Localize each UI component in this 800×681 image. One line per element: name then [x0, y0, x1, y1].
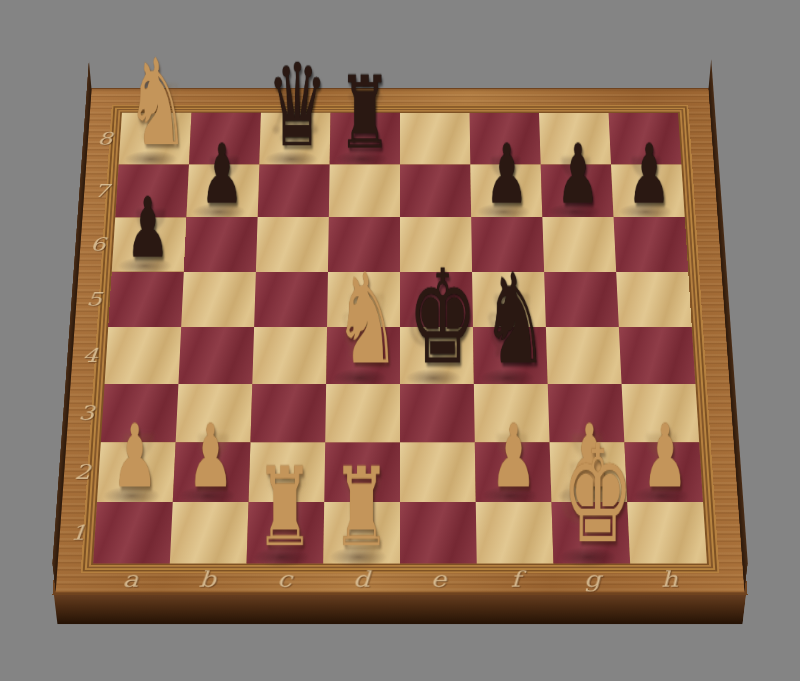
square-c3[interactable] [250, 384, 326, 442]
square-c4[interactable] [252, 327, 327, 384]
rank-label-6: 6 [80, 217, 115, 271]
piece-black-king[interactable]: ♚ [408, 252, 466, 382]
piece-black-pawn[interactable]: ♟ [120, 187, 176, 270]
square-b4[interactable] [178, 327, 254, 384]
square-g6[interactable] [542, 217, 616, 271]
square-a4[interactable] [105, 327, 182, 384]
square-c5[interactable] [254, 272, 328, 328]
square-h2[interactable]: ♟♟ [624, 442, 703, 502]
file-label-e: e [400, 565, 477, 594]
square-c1[interactable]: ♜♜ [247, 502, 325, 563]
square-d8[interactable]: ♜♜ [330, 113, 400, 165]
rank-label-5: 5 [76, 272, 111, 328]
square-c8[interactable]: ♛♛ [259, 113, 330, 165]
piece-black-knight[interactable]: ♞ [482, 257, 540, 382]
piece-white-pawn[interactable]: ♟ [484, 414, 543, 501]
piece-black-rook[interactable]: ♜ [337, 63, 392, 163]
square-h6[interactable] [614, 217, 689, 271]
rank-label-1: 1 [60, 502, 97, 563]
chess-board-3d: ♞♞♛♛♜♜♟♟♟♟♟♟♟♟♟♟♞♞♚♚♞♞♟♟♟♟♟♟♟♟♟♟♜♜♜♜♚♚ a… [52, 88, 747, 595]
square-f2[interactable]: ♟♟ [475, 442, 552, 502]
square-a2[interactable]: ♟♟ [97, 442, 176, 502]
chess-app-background: ♞♞♛♛♜♜♟♟♟♟♟♟♟♟♟♟♞♞♚♚♞♞♟♟♟♟♟♟♟♟♟♟♜♜♜♜♚♚ a… [0, 0, 800, 681]
square-c7[interactable] [258, 164, 330, 217]
square-b6[interactable] [184, 217, 258, 271]
square-g4[interactable] [546, 327, 622, 384]
square-e3[interactable] [400, 384, 475, 442]
piece-white-rook[interactable]: ♜ [255, 453, 315, 562]
square-f7[interactable]: ♟♟ [470, 164, 542, 217]
square-h7[interactable]: ♟♟ [611, 164, 685, 217]
file-label-a: a [91, 565, 170, 594]
piece-white-pawn[interactable]: ♟ [635, 414, 694, 501]
square-g7[interactable]: ♟♟ [541, 164, 614, 217]
rank-label-2: 2 [64, 442, 101, 502]
square-d1[interactable]: ♜♜ [323, 502, 400, 563]
square-g1[interactable]: ♚♚ [551, 502, 630, 563]
square-e1[interactable] [400, 502, 477, 563]
piece-white-knight[interactable]: ♞ [334, 257, 392, 382]
piece-white-pawn[interactable]: ♟ [181, 414, 240, 501]
square-b5[interactable] [181, 272, 256, 328]
square-g5[interactable] [544, 272, 619, 328]
piece-black-pawn[interactable]: ♟ [621, 134, 677, 216]
piece-white-pawn[interactable]: ♟ [105, 414, 164, 501]
file-label-h: h [630, 565, 709, 594]
square-a8[interactable]: ♞♞ [119, 113, 192, 165]
piece-black-pawn[interactable]: ♟ [479, 134, 535, 216]
square-b1[interactable] [170, 502, 249, 563]
square-f1[interactable] [476, 502, 554, 563]
piece-white-rook[interactable]: ♜ [332, 453, 392, 562]
square-d7[interactable] [329, 164, 400, 217]
square-c6[interactable] [256, 217, 329, 271]
square-f4[interactable]: ♞♞ [473, 327, 548, 384]
square-b7[interactable]: ♟♟ [186, 164, 259, 217]
square-d3[interactable] [325, 384, 400, 442]
square-b2[interactable]: ♟♟ [173, 442, 251, 502]
rank-label-7: 7 [84, 164, 118, 217]
rank-label-3: 3 [68, 384, 104, 442]
rank-label-4: 4 [72, 327, 108, 384]
board-right-edge [708, 59, 747, 592]
square-d4[interactable]: ♞♞ [326, 327, 400, 384]
piece-black-pawn[interactable]: ♟ [194, 134, 250, 216]
square-a6[interactable]: ♟♟ [112, 217, 187, 271]
piece-black-pawn[interactable]: ♟ [550, 134, 606, 216]
piece-white-king[interactable]: ♚ [562, 427, 622, 562]
rank-label-8: 8 [88, 113, 122, 165]
square-e7[interactable] [400, 164, 471, 217]
board-frame: ♞♞♛♛♜♜♟♟♟♟♟♟♟♟♟♟♞♞♚♚♞♞♟♟♟♟♟♟♟♟♟♟♜♜♜♜♚♚ a… [52, 88, 747, 595]
square-h1[interactable] [627, 502, 707, 563]
file-label-f: f [477, 565, 555, 594]
square-a1[interactable] [93, 502, 173, 563]
piece-black-queen[interactable]: ♛ [267, 49, 322, 163]
square-e2[interactable] [400, 442, 476, 502]
file-label-b: b [168, 565, 246, 594]
square-a5[interactable] [108, 272, 184, 328]
square-h4[interactable] [619, 327, 696, 384]
board-front-edge [54, 592, 747, 624]
chess-board-grid: ♞♞♛♛♜♜♟♟♟♟♟♟♟♟♟♟♞♞♚♚♞♞♟♟♟♟♟♟♟♟♟♟♜♜♜♜♚♚ [93, 113, 707, 564]
piece-white-knight[interactable]: ♞ [126, 44, 181, 163]
square-h5[interactable] [616, 272, 692, 328]
board-left-edge [52, 59, 91, 592]
square-e8[interactable] [400, 113, 470, 165]
square-e4[interactable]: ♚♚ [400, 327, 474, 384]
